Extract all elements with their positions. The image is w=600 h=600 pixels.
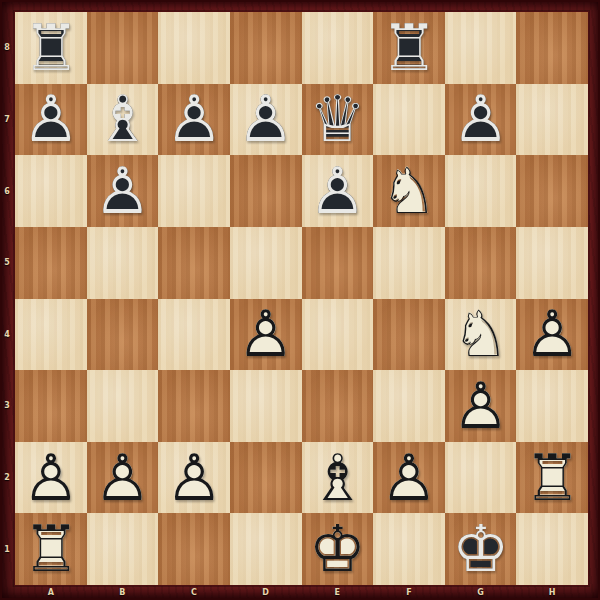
file-label-e: E xyxy=(302,585,374,599)
square-g7[interactable]: ♟♙ xyxy=(445,84,517,156)
piece-black-bishop[interactable]: ♝♗ xyxy=(87,84,159,156)
square-e2[interactable]: ♝♗ xyxy=(302,442,374,514)
white-pawn-outline: ♙ xyxy=(230,299,302,371)
square-h2[interactable]: ♜♖ xyxy=(516,442,588,514)
white-pawn-outline: ♙ xyxy=(87,442,159,514)
black-rook-outline: ♖ xyxy=(373,12,445,84)
square-b7[interactable]: ♝♗ xyxy=(87,84,159,156)
square-c7[interactable]: ♟♙ xyxy=(158,84,230,156)
square-a5[interactable] xyxy=(15,227,87,299)
square-d1[interactable] xyxy=(230,513,302,585)
square-d3[interactable] xyxy=(230,370,302,442)
square-b1[interactable] xyxy=(87,513,159,585)
piece-black-pawn[interactable]: ♟♙ xyxy=(158,84,230,156)
black-rook-outline: ♖ xyxy=(15,12,87,84)
square-a1[interactable]: ♜♖ xyxy=(15,513,87,585)
square-h1[interactable] xyxy=(516,513,588,585)
white-rook-outline: ♖ xyxy=(15,513,87,585)
rank-label-6: 6 xyxy=(0,155,14,227)
square-c4[interactable] xyxy=(158,299,230,371)
square-e1[interactable]: ♚♔ xyxy=(302,513,374,585)
black-pawn-outline: ♙ xyxy=(445,84,517,156)
rank-label-3: 3 xyxy=(0,370,14,442)
rank-label-4: 4 xyxy=(0,299,14,371)
white-pawn-outline: ♙ xyxy=(373,442,445,514)
piece-white-pawn[interactable]: ♟♙ xyxy=(15,442,87,514)
piece-black-pawn[interactable]: ♟♙ xyxy=(230,84,302,156)
file-label-f: F xyxy=(373,585,445,599)
square-g1[interactable]: ♚♔ xyxy=(445,513,517,585)
black-pawn-outline: ♙ xyxy=(302,155,374,227)
file-label-h: H xyxy=(516,585,588,599)
square-g8[interactable] xyxy=(445,12,517,84)
piece-black-king[interactable]: ♚♔ xyxy=(445,513,517,585)
square-b2[interactable]: ♟♙ xyxy=(87,442,159,514)
square-e4[interactable] xyxy=(302,299,374,371)
square-d5[interactable] xyxy=(230,227,302,299)
piece-white-pawn[interactable]: ♟♙ xyxy=(373,442,445,514)
square-f1[interactable] xyxy=(373,513,445,585)
square-a6[interactable] xyxy=(15,155,87,227)
piece-black-rook[interactable]: ♜♖ xyxy=(15,12,87,84)
piece-white-rook[interactable]: ♜♖ xyxy=(15,513,87,585)
rank-label-1: 1 xyxy=(0,513,14,585)
chess-app-window: 87654321 ♜♖♜♖♟♙♝♗♟♙♟♙♛♕♟♙♟♙♟♙♞♘♟♙♞♘♟♙♟♙♟… xyxy=(0,0,600,600)
square-f6[interactable]: ♞♘ xyxy=(373,155,445,227)
square-b8[interactable] xyxy=(87,12,159,84)
square-c3[interactable] xyxy=(158,370,230,442)
rank-label-2: 2 xyxy=(0,442,14,514)
white-bishop-outline: ♗ xyxy=(302,442,374,514)
piece-black-pawn[interactable]: ♟♙ xyxy=(302,155,374,227)
black-king-outline: ♔ xyxy=(445,513,517,585)
square-f7[interactable] xyxy=(373,84,445,156)
piece-black-queen[interactable]: ♛♕ xyxy=(302,84,374,156)
square-d4[interactable]: ♟♙ xyxy=(230,299,302,371)
square-d8[interactable] xyxy=(230,12,302,84)
white-knight-outline: ♘ xyxy=(445,299,517,371)
square-e8[interactable] xyxy=(302,12,374,84)
square-c5[interactable] xyxy=(158,227,230,299)
white-pawn-outline: ♙ xyxy=(15,442,87,514)
file-label-b: B xyxy=(87,585,159,599)
piece-white-rook[interactable]: ♜♖ xyxy=(516,442,588,514)
black-bishop-outline: ♗ xyxy=(87,84,159,156)
rank-label-8: 8 xyxy=(0,12,14,84)
piece-white-pawn[interactable]: ♟♙ xyxy=(516,299,588,371)
square-d6[interactable] xyxy=(230,155,302,227)
square-b4[interactable] xyxy=(87,299,159,371)
square-g5[interactable] xyxy=(445,227,517,299)
square-a2[interactable]: ♟♙ xyxy=(15,442,87,514)
black-queen-outline: ♕ xyxy=(302,84,374,156)
white-pawn-outline: ♙ xyxy=(516,299,588,371)
piece-white-pawn[interactable]: ♟♙ xyxy=(87,442,159,514)
piece-black-rook[interactable]: ♜♖ xyxy=(373,12,445,84)
square-b6[interactable]: ♟♙ xyxy=(87,155,159,227)
square-d2[interactable] xyxy=(230,442,302,514)
piece-white-knight[interactable]: ♞♘ xyxy=(445,299,517,371)
piece-white-pawn[interactable]: ♟♙ xyxy=(445,370,517,442)
piece-black-pawn[interactable]: ♟♙ xyxy=(15,84,87,156)
rank-labels: 87654321 xyxy=(0,12,14,585)
square-g4[interactable]: ♞♘ xyxy=(445,299,517,371)
square-h3[interactable] xyxy=(516,370,588,442)
square-e5[interactable] xyxy=(302,227,374,299)
square-h5[interactable] xyxy=(516,227,588,299)
file-labels: ABCDEFGH xyxy=(15,585,588,599)
square-e3[interactable] xyxy=(302,370,374,442)
square-f8[interactable]: ♜♖ xyxy=(373,12,445,84)
square-a4[interactable] xyxy=(15,299,87,371)
square-f5[interactable] xyxy=(373,227,445,299)
piece-white-king[interactable]: ♚♔ xyxy=(302,513,374,585)
white-pawn-outline: ♙ xyxy=(445,370,517,442)
square-f4[interactable] xyxy=(373,299,445,371)
square-g6[interactable] xyxy=(445,155,517,227)
square-a8[interactable]: ♜♖ xyxy=(15,12,87,84)
square-c8[interactable] xyxy=(158,12,230,84)
piece-white-knight[interactable]: ♞♘ xyxy=(373,155,445,227)
square-c2[interactable]: ♟♙ xyxy=(158,442,230,514)
piece-white-pawn[interactable]: ♟♙ xyxy=(158,442,230,514)
file-label-c: C xyxy=(158,585,230,599)
black-pawn-outline: ♙ xyxy=(158,84,230,156)
square-a3[interactable] xyxy=(15,370,87,442)
square-c6[interactable] xyxy=(158,155,230,227)
file-label-a: A xyxy=(15,585,87,599)
square-h4[interactable]: ♟♙ xyxy=(516,299,588,371)
square-g2[interactable] xyxy=(445,442,517,514)
square-b5[interactable] xyxy=(87,227,159,299)
white-king-outline: ♔ xyxy=(302,513,374,585)
square-e6[interactable]: ♟♙ xyxy=(302,155,374,227)
square-h8[interactable] xyxy=(516,12,588,84)
rank-label-5: 5 xyxy=(0,227,14,299)
square-c1[interactable] xyxy=(158,513,230,585)
square-b3[interactable] xyxy=(87,370,159,442)
file-label-d: D xyxy=(230,585,302,599)
black-pawn-outline: ♙ xyxy=(230,84,302,156)
black-pawn-outline: ♙ xyxy=(87,155,159,227)
square-f3[interactable] xyxy=(373,370,445,442)
piece-white-pawn[interactable]: ♟♙ xyxy=(230,299,302,371)
square-h6[interactable] xyxy=(516,155,588,227)
square-a7[interactable]: ♟♙ xyxy=(15,84,87,156)
piece-black-pawn[interactable]: ♟♙ xyxy=(445,84,517,156)
white-knight-outline: ♘ xyxy=(373,155,445,227)
square-h7[interactable] xyxy=(516,84,588,156)
white-pawn-outline: ♙ xyxy=(158,442,230,514)
square-d7[interactable]: ♟♙ xyxy=(230,84,302,156)
file-label-g: G xyxy=(445,585,517,599)
square-g3[interactable]: ♟♙ xyxy=(445,370,517,442)
square-e7[interactable]: ♛♕ xyxy=(302,84,374,156)
chess-board[interactable]: ♜♖♜♖♟♙♝♗♟♙♟♙♛♕♟♙♟♙♟♙♞♘♟♙♞♘♟♙♟♙♟♙♟♙♟♙♝♗♟♙… xyxy=(15,12,588,585)
rank-label-7: 7 xyxy=(0,84,14,156)
piece-white-bishop[interactable]: ♝♗ xyxy=(302,442,374,514)
piece-black-pawn[interactable]: ♟♙ xyxy=(87,155,159,227)
square-f2[interactable]: ♟♙ xyxy=(373,442,445,514)
black-pawn-outline: ♙ xyxy=(15,84,87,156)
white-rook-outline: ♖ xyxy=(516,442,588,514)
